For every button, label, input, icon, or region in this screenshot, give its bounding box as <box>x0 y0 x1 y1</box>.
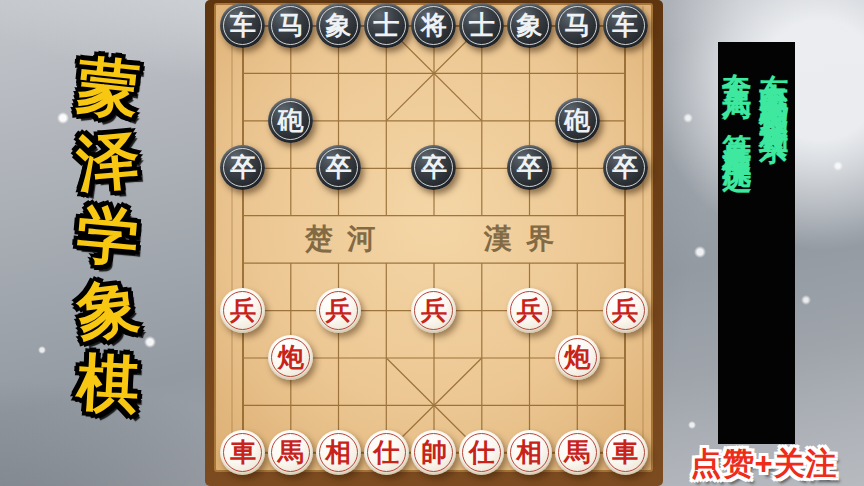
piece-red-soldier[interactable]: 兵 <box>411 288 456 333</box>
piece-red-horse[interactable]: 馬 <box>268 430 313 475</box>
piece-glyph: 象 <box>325 12 351 38</box>
left-banner-char: 学 <box>74 197 142 273</box>
piece-glyph: 兵 <box>421 297 447 323</box>
piece-glyph: 相 <box>325 439 351 465</box>
right-banner-column: 奔车入局，算度精准深远 <box>718 51 755 435</box>
piece-glyph: 将 <box>421 12 447 38</box>
piece-glyph: 卒 <box>421 154 447 180</box>
piece-glyph: 车 <box>230 12 256 38</box>
piece-glyph: 車 <box>612 439 638 465</box>
piece-red-soldier[interactable]: 兵 <box>603 288 648 333</box>
piece-glyph: 馬 <box>564 439 590 465</box>
piece-glyph: 炮 <box>564 344 590 370</box>
piece-glyph: 兵 <box>612 297 638 323</box>
piece-glyph: 士 <box>373 12 399 38</box>
piece-red-chariot[interactable]: 車 <box>220 430 265 475</box>
piece-black-chariot[interactable]: 车 <box>220 3 265 48</box>
left-banner: 蒙泽学象棋 <box>68 52 148 419</box>
right-banner-panel: 东方电脑柳大华犀利攻杀奔车入局，算度精准深远 <box>718 42 795 444</box>
left-banner-char: 象 <box>73 270 143 348</box>
piece-glyph: 砲 <box>564 107 590 133</box>
piece-glyph: 卒 <box>517 154 543 180</box>
piece-red-cannon[interactable]: 炮 <box>555 335 600 380</box>
piece-black-cannon[interactable]: 砲 <box>555 98 600 143</box>
piece-glyph: 士 <box>469 12 495 38</box>
piece-glyph: 馬 <box>278 439 304 465</box>
piece-black-soldier[interactable]: 卒 <box>316 145 361 190</box>
subscribe-badge[interactable]: 点赞+关注 <box>678 443 850 485</box>
piece-red-cannon[interactable]: 炮 <box>268 335 313 380</box>
left-banner-char: 泽 <box>74 123 142 199</box>
piece-black-soldier[interactable]: 卒 <box>220 145 265 190</box>
piece-black-soldier[interactable]: 卒 <box>507 145 552 190</box>
piece-glyph: 炮 <box>278 344 304 370</box>
piece-glyph: 砲 <box>278 107 304 133</box>
piece-glyph: 马 <box>278 12 304 38</box>
piece-black-chariot[interactable]: 车 <box>603 3 648 48</box>
piece-glyph: 马 <box>564 12 590 38</box>
piece-red-soldier[interactable]: 兵 <box>507 288 552 333</box>
left-banner-char: 棋 <box>75 346 141 420</box>
piece-glyph: 卒 <box>612 154 638 180</box>
piece-red-advisor[interactable]: 仕 <box>459 430 504 475</box>
piece-glyph: 兵 <box>517 297 543 323</box>
piece-black-elephant[interactable]: 象 <box>316 3 361 48</box>
piece-black-elephant[interactable]: 象 <box>507 3 552 48</box>
piece-black-horse[interactable]: 马 <box>555 3 600 48</box>
piece-glyph: 象 <box>517 12 543 38</box>
piece-black-soldier[interactable]: 卒 <box>603 145 648 190</box>
piece-red-soldier[interactable]: 兵 <box>220 288 265 333</box>
piece-red-elephant[interactable]: 相 <box>316 430 361 475</box>
piece-red-advisor[interactable]: 仕 <box>364 430 409 475</box>
piece-red-horse[interactable]: 馬 <box>555 430 600 475</box>
xiangqi-board: 楚河 漢界 车马象士将士象马车砲砲卒卒卒卒卒兵兵兵兵兵炮炮車馬相仕帥仕相馬車 <box>205 0 663 486</box>
right-banner-column: 东方电脑柳大华犀利攻杀 <box>755 51 792 435</box>
piece-black-advisor[interactable]: 士 <box>459 3 504 48</box>
piece-glyph: 车 <box>612 12 638 38</box>
piece-black-soldier[interactable]: 卒 <box>411 145 456 190</box>
piece-red-soldier[interactable]: 兵 <box>316 288 361 333</box>
piece-black-horse[interactable]: 马 <box>268 3 313 48</box>
piece-glyph: 卒 <box>230 154 256 180</box>
piece-glyph: 帥 <box>421 439 447 465</box>
piece-layer: 车马象士将士象马车砲砲卒卒卒卒卒兵兵兵兵兵炮炮車馬相仕帥仕相馬車 <box>219 2 649 476</box>
piece-glyph: 仕 <box>469 439 495 465</box>
piece-glyph: 相 <box>517 439 543 465</box>
piece-glyph: 仕 <box>373 439 399 465</box>
piece-black-advisor[interactable]: 士 <box>364 3 409 48</box>
piece-glyph: 車 <box>230 439 256 465</box>
piece-black-cannon[interactable]: 砲 <box>268 98 313 143</box>
piece-glyph: 兵 <box>325 297 351 323</box>
left-banner-char: 蒙 <box>73 49 142 126</box>
piece-black-general[interactable]: 将 <box>411 3 456 48</box>
piece-glyph: 兵 <box>230 297 256 323</box>
piece-glyph: 卒 <box>325 154 351 180</box>
piece-red-elephant[interactable]: 相 <box>507 430 552 475</box>
piece-red-general[interactable]: 帥 <box>411 430 456 475</box>
piece-red-chariot[interactable]: 車 <box>603 430 648 475</box>
